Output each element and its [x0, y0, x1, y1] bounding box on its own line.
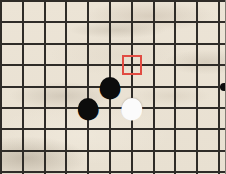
black-stone: ●: [78, 98, 98, 118]
partial-stone-right-edge: [220, 83, 225, 91]
grid-line-horizontal: [0, 21, 225, 23]
grid-line-horizontal: [0, 43, 225, 45]
grid-line-horizontal: [0, 0, 225, 2]
grid-line-horizontal: [0, 171, 225, 173]
red-square-marker[interactable]: [122, 55, 142, 75]
grid-line-horizontal: [0, 107, 225, 109]
grid-line-horizontal: [0, 150, 225, 152]
white-stone: ●: [122, 98, 142, 118]
grid-line-horizontal: [0, 128, 225, 130]
black-stone: ●: [100, 77, 120, 97]
go-board-view[interactable]: ●●●: [0, 0, 226, 174]
grid-line-horizontal: [0, 64, 225, 66]
